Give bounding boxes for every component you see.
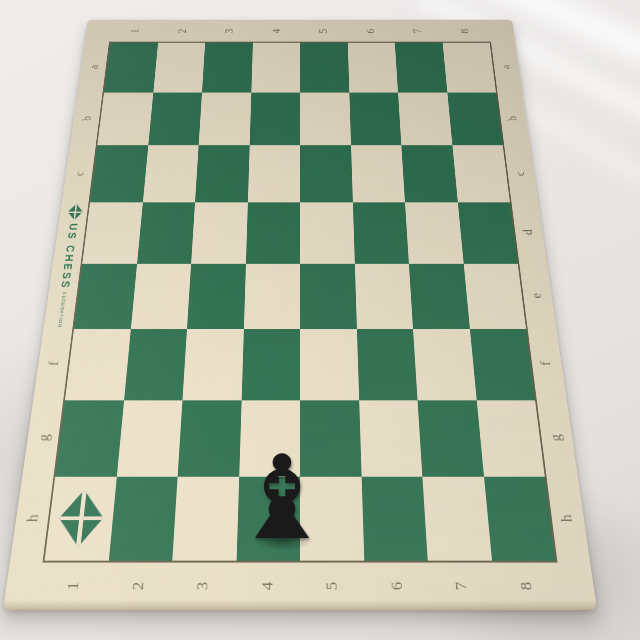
- square-g6[interactable]: [359, 400, 423, 477]
- square-e3[interactable]: [187, 263, 246, 329]
- rank-bottom-label-5: 5: [323, 582, 341, 590]
- square-d3[interactable]: [191, 202, 247, 263]
- square-f4[interactable]: [241, 329, 300, 400]
- square-f3[interactable]: [182, 329, 243, 400]
- file-right-label-h: h: [557, 514, 576, 522]
- square-e6[interactable]: [354, 263, 413, 329]
- square-c1[interactable]: [90, 145, 148, 202]
- square-d4[interactable]: [246, 202, 300, 263]
- square-g7[interactable]: [418, 400, 484, 477]
- file-left-label-h: h: [24, 514, 43, 522]
- square-d2[interactable]: [137, 202, 195, 263]
- square-a8[interactable]: [442, 43, 496, 93]
- square-b7[interactable]: [398, 92, 452, 145]
- square-c2[interactable]: [143, 145, 199, 202]
- rank-top-label-1: 1: [128, 29, 142, 33]
- square-d6[interactable]: [352, 202, 408, 263]
- square-a2[interactable]: [153, 43, 205, 93]
- rank-top-label-7: 7: [411, 29, 425, 33]
- rank-top-label-8: 8: [458, 29, 472, 33]
- square-f5[interactable]: [300, 329, 359, 400]
- square-d5[interactable]: [300, 202, 354, 263]
- square-b2[interactable]: [148, 92, 202, 145]
- rank-top-label-6: 6: [364, 29, 378, 33]
- file-right-label-c: c: [513, 171, 528, 176]
- square-a7[interactable]: [395, 43, 447, 93]
- square-f2[interactable]: [124, 329, 187, 400]
- file-left-label-c: c: [72, 171, 87, 176]
- file-right-label-e: e: [529, 293, 545, 298]
- rank-top-label-4: 4: [270, 29, 283, 33]
- square-e7[interactable]: [409, 263, 470, 329]
- brand-name: US CHESS: [59, 223, 80, 289]
- square-h7[interactable]: [422, 477, 491, 561]
- rank-top-label-3: 3: [223, 29, 237, 33]
- square-f6[interactable]: [357, 329, 418, 400]
- square-h3[interactable]: [172, 477, 239, 561]
- file-right-label-a: a: [499, 65, 513, 69]
- square-e5[interactable]: [300, 263, 357, 329]
- square-a1[interactable]: [104, 43, 158, 93]
- square-c3[interactable]: [195, 145, 249, 202]
- square-d8[interactable]: [457, 202, 517, 263]
- square-c7[interactable]: [401, 145, 457, 202]
- file-right-label-g: g: [547, 434, 565, 441]
- rank-top-label-5: 5: [317, 29, 330, 33]
- rank-bottom-label-1: 1: [64, 582, 83, 590]
- square-c8[interactable]: [452, 145, 510, 202]
- square-h1[interactable]: [45, 477, 117, 561]
- square-b3[interactable]: [199, 92, 251, 145]
- rank-top-label-2: 2: [175, 29, 189, 33]
- black-bishop[interactable]: ♝: [230, 440, 334, 556]
- square-g8[interactable]: [476, 400, 545, 477]
- square-b5[interactable]: [300, 92, 351, 145]
- square-c5[interactable]: [300, 145, 352, 202]
- square-b1[interactable]: [97, 92, 153, 145]
- rank-bottom-label-2: 2: [129, 582, 148, 590]
- square-b8[interactable]: [447, 92, 503, 145]
- square-f8[interactable]: [470, 329, 536, 400]
- rank-bottom-label-8: 8: [517, 582, 536, 590]
- square-e2[interactable]: [130, 263, 191, 329]
- file-right-label-d: d: [520, 229, 536, 235]
- square-f1[interactable]: [65, 329, 131, 400]
- rank-bottom-label-4: 4: [258, 582, 276, 590]
- file-right-label-b: b: [505, 116, 520, 121]
- file-left-label-b: b: [80, 116, 95, 121]
- photo-scene: 1234567812345678abcfghabcdefgh US CHESS …: [0, 0, 640, 640]
- file-left-label-f: f: [46, 362, 63, 366]
- file-left-label-a: a: [87, 65, 101, 69]
- square-h2[interactable]: [108, 477, 177, 561]
- rank-bottom-label-6: 6: [388, 582, 407, 590]
- square-e1[interactable]: [74, 263, 137, 329]
- rank-bottom-label-3: 3: [194, 582, 213, 590]
- file-right-label-f: f: [538, 362, 555, 366]
- square-e8[interactable]: [463, 263, 526, 329]
- square-g1[interactable]: [55, 400, 124, 477]
- square-a6[interactable]: [347, 43, 398, 93]
- square-b6[interactable]: [349, 92, 401, 145]
- rank-bottom-label-7: 7: [452, 582, 471, 590]
- us-chess-diamond-logo-corner: [56, 490, 107, 547]
- square-a4[interactable]: [251, 43, 300, 93]
- square-c4[interactable]: [248, 145, 300, 202]
- file-left-label-g: g: [35, 434, 53, 441]
- square-h6[interactable]: [361, 477, 428, 561]
- square-g2[interactable]: [116, 400, 182, 477]
- square-e4[interactable]: [243, 263, 300, 329]
- square-d7[interactable]: [405, 202, 463, 263]
- square-h8[interactable]: [484, 477, 556, 561]
- us-chess-diamond-logo-icon: [67, 204, 84, 220]
- square-d1[interactable]: [82, 202, 142, 263]
- square-b4[interactable]: [249, 92, 300, 145]
- square-a3[interactable]: [202, 43, 253, 93]
- brand-subtitle: FEDERATION: [57, 292, 67, 328]
- square-a5[interactable]: [300, 43, 349, 93]
- square-f7[interactable]: [413, 329, 476, 400]
- square-c6[interactable]: [351, 145, 405, 202]
